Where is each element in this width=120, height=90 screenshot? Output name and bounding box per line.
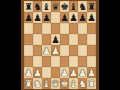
square-h8[interactable]: ♜ <box>87 1 96 12</box>
piece-white-knight-icon: ♞ <box>33 78 42 89</box>
square-e5[interactable] <box>60 34 69 45</box>
piece-white-pawn-icon: ♟ <box>60 67 69 78</box>
square-e6[interactable] <box>60 23 69 34</box>
piece-black-pawn-icon: ♟ <box>60 12 69 23</box>
square-d5[interactable]: ♟ <box>51 34 60 45</box>
square-b6[interactable] <box>33 23 42 34</box>
piece-white-pawn-icon: ♟ <box>42 45 51 56</box>
square-a8[interactable]: ♜ <box>24 1 33 12</box>
letterbox-right <box>99 0 120 90</box>
piece-black-pawn-icon: ♟ <box>87 12 96 23</box>
piece-black-pawn-icon: ♟ <box>24 12 33 23</box>
piece-white-pawn-icon: ♟ <box>87 67 96 78</box>
square-h4[interactable] <box>87 45 96 56</box>
square-f4[interactable] <box>69 45 78 56</box>
square-g6[interactable] <box>78 23 87 34</box>
piece-white-rook-icon: ♜ <box>24 78 33 89</box>
piece-black-pawn-icon: ♟ <box>51 34 60 45</box>
piece-black-bishop-icon: ♝ <box>69 1 78 12</box>
piece-white-knight-icon: ♞ <box>78 78 87 89</box>
piece-white-king-icon: ♚ <box>60 78 69 89</box>
square-c2[interactable] <box>42 67 51 78</box>
square-g8[interactable]: ♞ <box>78 1 87 12</box>
square-c1[interactable]: ♝ <box>42 78 51 89</box>
square-f7[interactable]: ♟ <box>69 12 78 23</box>
piece-white-bishop-icon: ♝ <box>69 78 78 89</box>
piece-black-pawn-icon: ♟ <box>42 12 51 23</box>
piece-black-rook-icon: ♜ <box>24 1 33 12</box>
square-b4[interactable] <box>33 45 42 56</box>
piece-black-pawn-icon: ♟ <box>78 12 87 23</box>
piece-black-king-icon: ♚ <box>60 1 69 12</box>
square-g2[interactable]: ♟ <box>78 67 87 78</box>
square-c4[interactable]: ♟ <box>42 45 51 56</box>
square-e4[interactable] <box>60 45 69 56</box>
square-g1[interactable]: ♞ <box>78 78 87 89</box>
chess-board-frame: ♜♞♝♛♚♝♞♜♟♟♟♟♟♟♟♟♟♟♟♟♟♟♟♟♜♞♝♛♚♝♞♜ <box>21 0 99 90</box>
piece-white-queen-icon: ♛ <box>51 78 60 89</box>
square-h5[interactable] <box>87 34 96 45</box>
square-f3[interactable] <box>69 56 78 67</box>
square-c6[interactable] <box>42 23 51 34</box>
piece-black-bishop-icon: ♝ <box>42 1 51 12</box>
piece-white-pawn-icon: ♟ <box>51 45 60 56</box>
square-e8[interactable]: ♚ <box>60 1 69 12</box>
square-e2[interactable]: ♟ <box>60 67 69 78</box>
square-e1[interactable]: ♚ <box>60 78 69 89</box>
square-f5[interactable] <box>69 34 78 45</box>
piece-black-pawn-icon: ♟ <box>69 12 78 23</box>
square-d7[interactable] <box>51 12 60 23</box>
square-g5[interactable] <box>78 34 87 45</box>
square-f1[interactable]: ♝ <box>69 78 78 89</box>
piece-white-rook-icon: ♜ <box>87 78 96 89</box>
square-a2[interactable]: ♟ <box>24 67 33 78</box>
square-f8[interactable]: ♝ <box>69 1 78 12</box>
square-e3[interactable] <box>60 56 69 67</box>
square-b7[interactable]: ♟ <box>33 12 42 23</box>
square-a6[interactable] <box>24 23 33 34</box>
piece-white-pawn-icon: ♟ <box>33 67 42 78</box>
square-a3[interactable] <box>24 56 33 67</box>
piece-white-pawn-icon: ♟ <box>78 67 87 78</box>
chess-board: ♜♞♝♛♚♝♞♜♟♟♟♟♟♟♟♟♟♟♟♟♟♟♟♟♜♞♝♛♚♝♞♜ <box>24 1 96 89</box>
square-d1[interactable]: ♛ <box>51 78 60 89</box>
square-g7[interactable]: ♟ <box>78 12 87 23</box>
piece-black-queen-icon: ♛ <box>51 1 60 12</box>
square-a4[interactable] <box>24 45 33 56</box>
square-b5[interactable] <box>33 34 42 45</box>
square-c7[interactable]: ♟ <box>42 12 51 23</box>
piece-white-pawn-icon: ♟ <box>69 67 78 78</box>
square-b8[interactable]: ♞ <box>33 1 42 12</box>
square-b1[interactable]: ♞ <box>33 78 42 89</box>
piece-white-pawn-icon: ♟ <box>24 67 33 78</box>
square-d3[interactable] <box>51 56 60 67</box>
square-a1[interactable]: ♜ <box>24 78 33 89</box>
piece-black-knight-icon: ♞ <box>78 1 87 12</box>
square-b3[interactable] <box>33 56 42 67</box>
square-f2[interactable]: ♟ <box>69 67 78 78</box>
square-d2[interactable] <box>51 67 60 78</box>
square-a5[interactable] <box>24 34 33 45</box>
square-c3[interactable] <box>42 56 51 67</box>
square-g3[interactable] <box>78 56 87 67</box>
square-h6[interactable] <box>87 23 96 34</box>
piece-black-knight-icon: ♞ <box>33 1 42 12</box>
square-d8[interactable]: ♛ <box>51 1 60 12</box>
square-g4[interactable] <box>78 45 87 56</box>
piece-black-rook-icon: ♜ <box>87 1 96 12</box>
letterbox-left <box>0 0 21 90</box>
square-d6[interactable] <box>51 23 60 34</box>
piece-white-bishop-icon: ♝ <box>42 78 51 89</box>
square-f6[interactable] <box>69 23 78 34</box>
piece-black-pawn-icon: ♟ <box>33 12 42 23</box>
square-h2[interactable]: ♟ <box>87 67 96 78</box>
square-h1[interactable]: ♜ <box>87 78 96 89</box>
square-d4[interactable]: ♟ <box>51 45 60 56</box>
square-c5[interactable] <box>42 34 51 45</box>
square-a7[interactable]: ♟ <box>24 12 33 23</box>
square-e7[interactable]: ♟ <box>60 12 69 23</box>
square-h3[interactable] <box>87 56 96 67</box>
square-h7[interactable]: ♟ <box>87 12 96 23</box>
square-b2[interactable]: ♟ <box>33 67 42 78</box>
square-c8[interactable]: ♝ <box>42 1 51 12</box>
